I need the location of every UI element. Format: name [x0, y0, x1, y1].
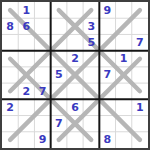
cell-r4c5[interactable]: 2 — [67, 51, 83, 67]
cell-r8c9[interactable] — [132, 116, 148, 132]
cell-r2c2[interactable]: 6 — [18, 18, 34, 34]
cell-r1c6[interactable] — [83, 2, 99, 18]
cell-r8c3[interactable] — [34, 116, 50, 132]
cell-r5c9[interactable] — [132, 67, 148, 83]
cell-r4c3[interactable] — [34, 51, 50, 67]
cell-r4c4[interactable] — [51, 51, 67, 67]
cells: 1986357215727261798 — [2, 2, 148, 148]
cell-r7c4[interactable] — [51, 99, 67, 115]
cell-r6c2[interactable]: 2 — [18, 83, 34, 99]
cell-r6c1[interactable] — [2, 83, 18, 99]
cell-r1c8[interactable] — [116, 2, 132, 18]
cell-r3c4[interactable] — [51, 34, 67, 50]
cell-r5c2[interactable] — [18, 67, 34, 83]
cell-r9c5[interactable] — [67, 132, 83, 148]
cell-r9c1[interactable] — [2, 132, 18, 148]
cell-r6c8[interactable] — [116, 83, 132, 99]
cell-r6c9[interactable] — [132, 83, 148, 99]
cell-r3c1[interactable] — [2, 34, 18, 50]
cell-r9c3[interactable]: 9 — [34, 132, 50, 148]
cell-r6c3[interactable]: 7 — [34, 83, 50, 99]
cell-r8c1[interactable] — [2, 116, 18, 132]
cell-r6c5[interactable] — [67, 83, 83, 99]
given-digit: 2 — [6, 102, 14, 113]
given-digit: 7 — [104, 69, 112, 80]
given-digit: 9 — [39, 134, 47, 145]
cell-r1c4[interactable] — [51, 2, 67, 18]
cell-r7c7[interactable] — [99, 99, 115, 115]
cell-r7c5[interactable]: 6 — [67, 99, 83, 115]
cell-r7c9[interactable]: 1 — [132, 99, 148, 115]
cell-r2c3[interactable] — [34, 18, 50, 34]
cell-r9c8[interactable] — [116, 132, 132, 148]
cell-r2c1[interactable]: 8 — [2, 18, 18, 34]
cell-r4c6[interactable] — [83, 51, 99, 67]
cell-r4c1[interactable] — [2, 51, 18, 67]
cell-r2c6[interactable]: 3 — [83, 18, 99, 34]
sudoku-board: 1986357215727261798 — [0, 0, 150, 150]
given-digit: 8 — [6, 21, 14, 32]
cell-r4c9[interactable] — [132, 51, 148, 67]
cell-r5c4[interactable]: 5 — [51, 67, 67, 83]
given-digit: 1 — [120, 53, 128, 64]
cell-r9c7[interactable]: 8 — [99, 132, 115, 148]
cell-r6c7[interactable] — [99, 83, 115, 99]
cell-r3c8[interactable] — [116, 34, 132, 50]
cell-r1c1[interactable] — [2, 2, 18, 18]
cell-r2c5[interactable] — [67, 18, 83, 34]
cell-r9c4[interactable] — [51, 132, 67, 148]
cell-r8c4[interactable]: 7 — [51, 116, 67, 132]
cell-r5c1[interactable] — [2, 67, 18, 83]
cell-r9c9[interactable] — [132, 132, 148, 148]
cell-r1c3[interactable] — [34, 2, 50, 18]
cell-r1c2[interactable]: 1 — [18, 2, 34, 18]
given-digit: 5 — [55, 69, 63, 80]
cell-r1c7[interactable]: 9 — [99, 2, 115, 18]
cell-r4c2[interactable] — [18, 51, 34, 67]
cell-r7c6[interactable] — [83, 99, 99, 115]
cell-r3c2[interactable] — [18, 34, 34, 50]
cell-r4c8[interactable]: 1 — [116, 51, 132, 67]
cell-r5c5[interactable] — [67, 67, 83, 83]
cell-r5c7[interactable]: 7 — [99, 67, 115, 83]
cell-r6c6[interactable] — [83, 83, 99, 99]
cell-r8c6[interactable] — [83, 116, 99, 132]
cell-r3c6[interactable]: 5 — [83, 34, 99, 50]
given-digit: 2 — [23, 86, 31, 97]
cell-r3c9[interactable]: 7 — [132, 34, 148, 50]
cell-r2c7[interactable] — [99, 18, 115, 34]
given-digit: 8 — [104, 134, 112, 145]
given-digit: 1 — [23, 5, 31, 16]
given-digit: 6 — [23, 21, 31, 32]
given-digit: 1 — [136, 102, 144, 113]
cell-r5c8[interactable] — [116, 67, 132, 83]
cell-r5c3[interactable] — [34, 67, 50, 83]
cell-r7c1[interactable]: 2 — [2, 99, 18, 115]
cell-r2c9[interactable] — [132, 18, 148, 34]
given-digit: 7 — [55, 118, 63, 129]
cell-r7c8[interactable] — [116, 99, 132, 115]
cell-r7c3[interactable] — [34, 99, 50, 115]
given-digit: 5 — [87, 37, 95, 48]
cell-r3c7[interactable] — [99, 34, 115, 50]
given-digit: 9 — [104, 5, 112, 16]
cell-r1c9[interactable] — [132, 2, 148, 18]
given-digit: 2 — [71, 53, 79, 64]
cell-r1c5[interactable] — [67, 2, 83, 18]
cell-r8c2[interactable] — [18, 116, 34, 132]
cell-r7c2[interactable] — [18, 99, 34, 115]
cell-r3c5[interactable] — [67, 34, 83, 50]
cell-r2c4[interactable] — [51, 18, 67, 34]
given-digit: 6 — [71, 102, 79, 113]
cell-r5c6[interactable] — [83, 67, 99, 83]
cell-r4c7[interactable] — [99, 51, 115, 67]
cell-r8c8[interactable] — [116, 116, 132, 132]
given-digit: 3 — [87, 21, 95, 32]
cell-r9c2[interactable] — [18, 132, 34, 148]
cell-r8c7[interactable] — [99, 116, 115, 132]
cell-r9c6[interactable] — [83, 132, 99, 148]
given-digit: 7 — [136, 37, 144, 48]
cell-r2c8[interactable] — [116, 18, 132, 34]
given-digit: 7 — [39, 86, 47, 97]
cell-r6c4[interactable] — [51, 83, 67, 99]
cell-r8c5[interactable] — [67, 116, 83, 132]
cell-r3c3[interactable] — [34, 34, 50, 50]
